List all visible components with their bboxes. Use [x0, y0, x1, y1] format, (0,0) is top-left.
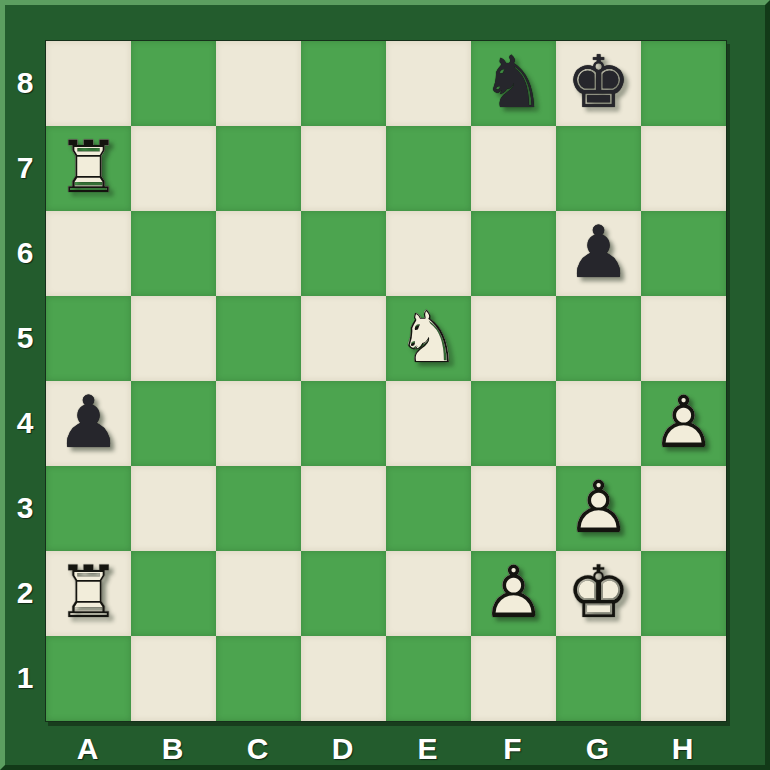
square-d8[interactable] [301, 41, 386, 126]
square-h8[interactable] [641, 41, 726, 126]
white-pawn-outline: ♙ [641, 381, 726, 466]
square-h7[interactable] [641, 126, 726, 211]
square-h3[interactable] [641, 466, 726, 551]
square-e5[interactable]: ♞♘ [386, 296, 471, 381]
black-king: ♚ [556, 41, 641, 126]
white-pawn-outline: ♙ [471, 551, 556, 636]
square-c1[interactable] [216, 636, 301, 721]
file-label-b: B [130, 727, 215, 770]
square-a1[interactable] [46, 636, 131, 721]
rank-label-1: 1 [5, 635, 45, 720]
board-border: ♞♚♜♖♟♞♘♟♟♙♟♙♜♖♟♙♚♔ [45, 40, 727, 722]
square-f1[interactable] [471, 636, 556, 721]
rank-label-8: 8 [5, 40, 45, 125]
square-f5[interactable] [471, 296, 556, 381]
white-rook-glyph: ♜ [46, 551, 131, 636]
square-e7[interactable] [386, 126, 471, 211]
square-a6[interactable] [46, 211, 131, 296]
square-b1[interactable] [131, 636, 216, 721]
square-e8[interactable] [386, 41, 471, 126]
file-label-h: H [640, 727, 725, 770]
square-a8[interactable] [46, 41, 131, 126]
black-pawn: ♟ [46, 381, 131, 466]
square-c6[interactable] [216, 211, 301, 296]
white-pawn: ♟♙ [471, 551, 556, 636]
square-b5[interactable] [131, 296, 216, 381]
file-label-e: E [385, 727, 470, 770]
square-g4[interactable] [556, 381, 641, 466]
white-knight-glyph: ♞ [386, 296, 471, 381]
rank-label-4: 4 [5, 380, 45, 465]
square-b7[interactable] [131, 126, 216, 211]
square-e2[interactable] [386, 551, 471, 636]
square-g7[interactable] [556, 126, 641, 211]
white-king: ♚♔ [556, 551, 641, 636]
square-g3[interactable]: ♟♙ [556, 466, 641, 551]
square-d6[interactable] [301, 211, 386, 296]
square-h4[interactable]: ♟♙ [641, 381, 726, 466]
file-label-f: F [470, 727, 555, 770]
white-pawn: ♟♙ [556, 466, 641, 551]
square-c5[interactable] [216, 296, 301, 381]
white-knight: ♞♘ [386, 296, 471, 381]
rank-label-5: 5 [5, 295, 45, 380]
black-knight-glyph: ♞ [471, 41, 556, 126]
square-f3[interactable] [471, 466, 556, 551]
square-b6[interactable] [131, 211, 216, 296]
square-d7[interactable] [301, 126, 386, 211]
white-pawn: ♟♙ [641, 381, 726, 466]
square-g2[interactable]: ♚♔ [556, 551, 641, 636]
square-b4[interactable] [131, 381, 216, 466]
file-label-c: C [215, 727, 300, 770]
square-c3[interactable] [216, 466, 301, 551]
square-e6[interactable] [386, 211, 471, 296]
square-h1[interactable] [641, 636, 726, 721]
square-d2[interactable] [301, 551, 386, 636]
square-f2[interactable]: ♟♙ [471, 551, 556, 636]
square-c4[interactable] [216, 381, 301, 466]
square-g1[interactable] [556, 636, 641, 721]
square-d5[interactable] [301, 296, 386, 381]
square-b8[interactable] [131, 41, 216, 126]
square-b2[interactable] [131, 551, 216, 636]
square-h5[interactable] [641, 296, 726, 381]
rank-label-6: 6 [5, 210, 45, 295]
white-king-glyph: ♚ [556, 551, 641, 636]
black-king-glyph: ♚ [556, 41, 641, 126]
black-knight: ♞ [471, 41, 556, 126]
square-a7[interactable]: ♜♖ [46, 126, 131, 211]
square-g8[interactable]: ♚ [556, 41, 641, 126]
file-label-a: A [45, 727, 130, 770]
square-a2[interactable]: ♜♖ [46, 551, 131, 636]
black-pawn-glyph: ♟ [46, 381, 131, 466]
white-rook: ♜♖ [46, 551, 131, 636]
white-king-outline: ♔ [556, 551, 641, 636]
square-d3[interactable] [301, 466, 386, 551]
square-h6[interactable] [641, 211, 726, 296]
white-rook-outline: ♖ [46, 126, 131, 211]
white-rook: ♜♖ [46, 126, 131, 211]
rank-label-3: 3 [5, 465, 45, 550]
square-c2[interactable] [216, 551, 301, 636]
white-knight-outline: ♘ [386, 296, 471, 381]
square-d4[interactable] [301, 381, 386, 466]
black-pawn-glyph: ♟ [556, 211, 641, 296]
square-f8[interactable]: ♞ [471, 41, 556, 126]
white-rook-outline: ♖ [46, 551, 131, 636]
square-c8[interactable] [216, 41, 301, 126]
file-label-d: D [300, 727, 385, 770]
square-g6[interactable]: ♟ [556, 211, 641, 296]
square-h2[interactable] [641, 551, 726, 636]
square-g5[interactable] [556, 296, 641, 381]
square-e4[interactable] [386, 381, 471, 466]
white-rook-glyph: ♜ [46, 126, 131, 211]
square-c7[interactable] [216, 126, 301, 211]
rank-label-7: 7 [5, 125, 45, 210]
white-pawn-glyph: ♟ [556, 466, 641, 551]
rank-label-2: 2 [5, 550, 45, 635]
square-f6[interactable] [471, 211, 556, 296]
square-a4[interactable]: ♟ [46, 381, 131, 466]
black-pawn: ♟ [556, 211, 641, 296]
square-d1[interactable] [301, 636, 386, 721]
square-e1[interactable] [386, 636, 471, 721]
square-a5[interactable] [46, 296, 131, 381]
square-e3[interactable] [386, 466, 471, 551]
chess-board-frame: 8 7 6 5 4 3 2 1 A B C D E F G H ♞♚♜♖♟♞♘♟… [0, 0, 770, 770]
square-f4[interactable] [471, 381, 556, 466]
square-b3[interactable] [131, 466, 216, 551]
chess-board: ♞♚♜♖♟♞♘♟♟♙♟♙♜♖♟♙♚♔ [46, 41, 726, 721]
square-f7[interactable] [471, 126, 556, 211]
white-pawn-glyph: ♟ [471, 551, 556, 636]
white-pawn-glyph: ♟ [641, 381, 726, 466]
white-pawn-outline: ♙ [556, 466, 641, 551]
square-a3[interactable] [46, 466, 131, 551]
file-label-g: G [555, 727, 640, 770]
